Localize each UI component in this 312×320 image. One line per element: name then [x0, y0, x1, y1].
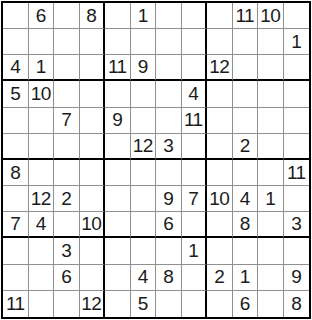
cell-r11c10[interactable]: 1 [233, 265, 259, 291]
cell-r7c4[interactable] [80, 160, 106, 186]
cell-r11c11[interactable] [258, 265, 284, 291]
cell-r12c6[interactable]: 5 [131, 291, 157, 317]
cell-r10c7[interactable] [156, 238, 182, 264]
cell-r1c1[interactable] [3, 3, 29, 29]
cell-r6c12[interactable] [284, 134, 310, 160]
cell-r12c5[interactable] [105, 291, 131, 317]
cell-r9c4[interactable]: 10 [80, 212, 106, 238]
cell-r9c6[interactable] [131, 212, 157, 238]
cell-r3c3[interactable] [54, 55, 80, 81]
cell-r1c4[interactable]: 8 [80, 3, 106, 29]
cell-r9c8[interactable] [182, 212, 208, 238]
cell-r10c10[interactable] [233, 238, 259, 264]
cell-r7c2[interactable] [29, 160, 55, 186]
cell-r3c6[interactable]: 9 [131, 55, 157, 81]
cell-r5c7[interactable] [156, 108, 182, 134]
cell-r3c7[interactable] [156, 55, 182, 81]
cell-r8c4[interactable] [80, 186, 106, 212]
cell-r12c2[interactable] [29, 291, 55, 317]
cell-r9c3[interactable] [54, 212, 80, 238]
sudoku-page: 6811110141119125104791112328111229710417… [0, 0, 312, 320]
cell-r12c9[interactable] [207, 291, 233, 317]
cell-r11c7[interactable]: 8 [156, 265, 182, 291]
cell-r10c8[interactable]: 1 [182, 238, 208, 264]
cell-r8c6[interactable] [131, 186, 157, 212]
cell-r2c7[interactable] [156, 29, 182, 55]
cell-r7c1[interactable]: 8 [3, 160, 29, 186]
cell-r11c2[interactable] [29, 265, 55, 291]
cell-r8c10[interactable]: 4 [233, 186, 259, 212]
cell-r2c1[interactable] [3, 29, 29, 55]
cell-r3c5[interactable]: 11 [105, 55, 131, 81]
cell-r2c3[interactable] [54, 29, 80, 55]
cell-r1c6[interactable]: 1 [131, 3, 157, 29]
cell-r8c12[interactable] [284, 186, 310, 212]
cell-r6c3[interactable] [54, 134, 80, 160]
sudoku-board: 6811110141119125104791112328111229710417… [1, 1, 311, 319]
cell-r7c5[interactable] [105, 160, 131, 186]
cell-r5c4[interactable] [80, 108, 106, 134]
cell-r9c7[interactable]: 6 [156, 212, 182, 238]
cell-r2c4[interactable] [80, 29, 106, 55]
cell-r10c5[interactable] [105, 238, 131, 264]
cell-r10c6[interactable] [131, 238, 157, 264]
cell-r1c9[interactable] [207, 3, 233, 29]
cell-r1c5[interactable] [105, 3, 131, 29]
cell-r8c9[interactable]: 10 [207, 186, 233, 212]
cell-r11c1[interactable] [3, 265, 29, 291]
cell-r7c8[interactable] [182, 160, 208, 186]
cell-r11c8[interactable] [182, 265, 208, 291]
cell-r6c4[interactable] [80, 134, 106, 160]
cell-r5c11[interactable] [258, 108, 284, 134]
cell-r5c10[interactable] [233, 108, 259, 134]
cell-r5c9[interactable] [207, 108, 233, 134]
cell-r5c12[interactable] [284, 108, 310, 134]
cell-r6c6[interactable]: 12 [131, 134, 157, 160]
cell-r5c2[interactable] [29, 108, 55, 134]
cell-r10c1[interactable] [3, 238, 29, 264]
cell-r6c7[interactable]: 3 [156, 134, 182, 160]
cell-r8c7[interactable]: 9 [156, 186, 182, 212]
cell-r4c2[interactable]: 10 [29, 81, 55, 107]
cell-r4c11[interactable] [258, 81, 284, 107]
cell-r3c4[interactable] [80, 55, 106, 81]
cell-r8c2[interactable]: 12 [29, 186, 55, 212]
cell-r6c11[interactable] [258, 134, 284, 160]
cell-r6c9[interactable] [207, 134, 233, 160]
cell-r12c12[interactable]: 8 [284, 291, 310, 317]
cell-r4c9[interactable] [207, 81, 233, 107]
cell-r11c6[interactable]: 4 [131, 265, 157, 291]
cell-r2c9[interactable] [207, 29, 233, 55]
cell-r2c12[interactable]: 1 [284, 29, 310, 55]
cell-r2c6[interactable] [131, 29, 157, 55]
cell-r4c6[interactable] [131, 81, 157, 107]
cell-r10c3[interactable]: 3 [54, 238, 80, 264]
cell-r9c1[interactable]: 7 [3, 212, 29, 238]
cell-r7c9[interactable] [207, 160, 233, 186]
cell-r11c9[interactable]: 2 [207, 265, 233, 291]
cell-r7c6[interactable] [131, 160, 157, 186]
cell-r1c11[interactable]: 10 [258, 3, 284, 29]
cell-r12c7[interactable] [156, 291, 182, 317]
cell-r3c12[interactable] [284, 55, 310, 81]
cell-r6c5[interactable] [105, 134, 131, 160]
cell-r4c8[interactable]: 4 [182, 81, 208, 107]
cell-r4c5[interactable] [105, 81, 131, 107]
cell-r12c10[interactable]: 6 [233, 291, 259, 317]
cell-r7c3[interactable] [54, 160, 80, 186]
cell-r3c11[interactable] [258, 55, 284, 81]
cell-r8c11[interactable]: 1 [258, 186, 284, 212]
cell-r3c1[interactable]: 4 [3, 55, 29, 81]
cell-r1c7[interactable] [156, 3, 182, 29]
cell-r1c8[interactable] [182, 3, 208, 29]
cell-r10c9[interactable] [207, 238, 233, 264]
cell-r2c5[interactable] [105, 29, 131, 55]
cell-r9c10[interactable]: 8 [233, 212, 259, 238]
cell-r11c5[interactable] [105, 265, 131, 291]
cell-r6c8[interactable] [182, 134, 208, 160]
cell-r9c12[interactable]: 3 [284, 212, 310, 238]
cell-r4c10[interactable] [233, 81, 259, 107]
cell-r12c4[interactable]: 12 [80, 291, 106, 317]
cell-r10c11[interactable] [258, 238, 284, 264]
cell-r2c8[interactable] [182, 29, 208, 55]
cell-r11c12[interactable]: 9 [284, 265, 310, 291]
cell-r1c3[interactable] [54, 3, 80, 29]
cell-r5c1[interactable] [3, 108, 29, 134]
cell-r1c10[interactable]: 11 [233, 3, 259, 29]
cell-r2c2[interactable] [29, 29, 55, 55]
cell-r8c5[interactable] [105, 186, 131, 212]
cell-r5c5[interactable]: 9 [105, 108, 131, 134]
cell-r3c8[interactable] [182, 55, 208, 81]
cell-r5c6[interactable] [131, 108, 157, 134]
cell-r9c9[interactable] [207, 212, 233, 238]
cell-r7c7[interactable] [156, 160, 182, 186]
cell-r3c2[interactable]: 1 [29, 55, 55, 81]
cell-r1c2[interactable]: 6 [29, 3, 55, 29]
cell-r12c11[interactable] [258, 291, 284, 317]
cell-r8c8[interactable]: 7 [182, 186, 208, 212]
cell-r3c9[interactable]: 12 [207, 55, 233, 81]
cell-r9c2[interactable]: 4 [29, 212, 55, 238]
cell-r10c2[interactable] [29, 238, 55, 264]
cell-r6c1[interactable] [3, 134, 29, 160]
cell-r11c4[interactable] [80, 265, 106, 291]
cell-r8c3[interactable]: 2 [54, 186, 80, 212]
cell-r2c10[interactable] [233, 29, 259, 55]
cell-r7c12[interactable]: 11 [284, 160, 310, 186]
cell-r9c5[interactable] [105, 212, 131, 238]
cell-r10c4[interactable] [80, 238, 106, 264]
cell-r3c10[interactable] [233, 55, 259, 81]
cell-r4c7[interactable] [156, 81, 182, 107]
cell-r7c10[interactable] [233, 160, 259, 186]
cell-r4c3[interactable] [54, 81, 80, 107]
cell-r1c12[interactable] [284, 3, 310, 29]
cell-r11c3[interactable]: 6 [54, 265, 80, 291]
cell-r4c12[interactable] [284, 81, 310, 107]
cell-r10c12[interactable] [284, 238, 310, 264]
cell-r12c3[interactable] [54, 291, 80, 317]
cell-r4c1[interactable]: 5 [3, 81, 29, 107]
cell-r4c4[interactable] [80, 81, 106, 107]
cell-r5c8[interactable]: 11 [182, 108, 208, 134]
cell-r6c2[interactable] [29, 134, 55, 160]
cell-r9c11[interactable] [258, 212, 284, 238]
cell-r12c8[interactable] [182, 291, 208, 317]
cell-r2c11[interactable] [258, 29, 284, 55]
cell-r8c1[interactable] [3, 186, 29, 212]
cell-r6c10[interactable]: 2 [233, 134, 259, 160]
cell-r12c1[interactable]: 11 [3, 291, 29, 317]
cell-r5c3[interactable]: 7 [54, 108, 80, 134]
cell-r7c11[interactable] [258, 160, 284, 186]
